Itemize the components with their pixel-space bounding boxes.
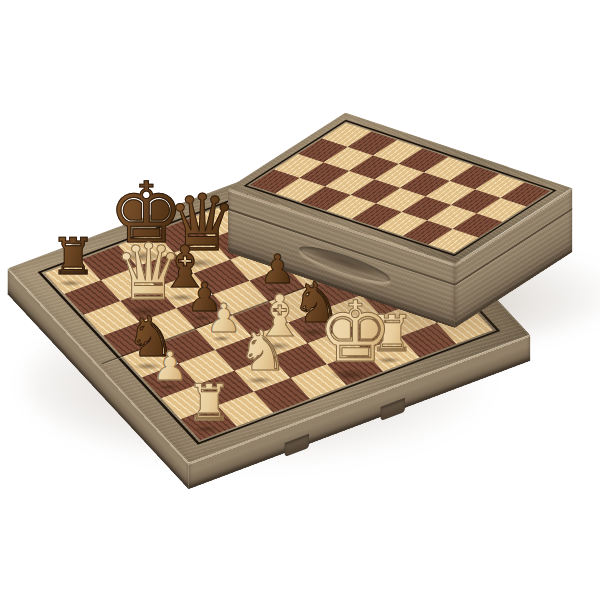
product-scene: ♚♛♜♟♝♛♟♞♟♝♜♞♚♞♟♜: [0, 0, 600, 600]
